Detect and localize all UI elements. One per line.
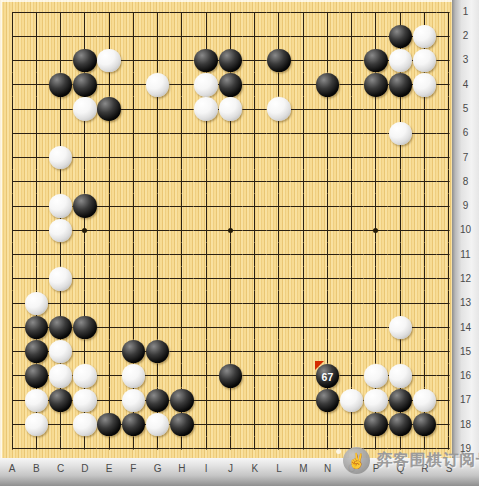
black-stone-P3[interactable] xyxy=(364,49,387,72)
intersection-C12[interactable] xyxy=(48,267,72,291)
intersection-F14[interactable] xyxy=(121,315,145,339)
white-stone-D18[interactable] xyxy=(73,413,96,436)
intersection-S6[interactable] xyxy=(437,121,452,145)
intersection-F16[interactable] xyxy=(121,364,145,388)
intersection-R18[interactable] xyxy=(412,412,436,436)
intersection-M4[interactable] xyxy=(291,73,315,97)
intersection-Q6[interactable] xyxy=(388,121,412,145)
black-stone-N17[interactable] xyxy=(316,389,339,412)
intersection-J4[interactable] xyxy=(218,73,242,97)
intersection-M17[interactable] xyxy=(291,388,315,412)
white-stone-G18[interactable] xyxy=(146,413,169,436)
intersection-M18[interactable] xyxy=(291,412,315,436)
intersection-J16[interactable] xyxy=(218,364,242,388)
intersection-B12[interactable] xyxy=(24,267,48,291)
intersection-L4[interactable] xyxy=(267,73,291,97)
white-stone-C10[interactable] xyxy=(49,219,72,242)
intersection-G17[interactable] xyxy=(145,388,169,412)
intersection-D2[interactable] xyxy=(73,24,97,48)
intersection-M2[interactable] xyxy=(291,24,315,48)
intersection-Q16[interactable] xyxy=(388,364,412,388)
black-stone-Q17[interactable] xyxy=(389,389,412,412)
white-stone-C9[interactable] xyxy=(49,194,72,217)
intersection-H8[interactable] xyxy=(170,170,194,194)
intersection-S17[interactable] xyxy=(437,388,452,412)
intersection-Q5[interactable] xyxy=(388,97,412,121)
intersection-B9[interactable] xyxy=(24,194,48,218)
intersection-E5[interactable] xyxy=(97,97,121,121)
intersection-D5[interactable] xyxy=(73,97,97,121)
black-stone-B14[interactable] xyxy=(25,316,48,339)
intersection-I11[interactable] xyxy=(194,243,218,267)
black-stone-C4[interactable] xyxy=(49,73,72,96)
intersection-C14[interactable] xyxy=(48,315,72,339)
intersection-D11[interactable] xyxy=(73,243,97,267)
intersection-L1[interactable] xyxy=(267,0,291,24)
intersection-F2[interactable] xyxy=(121,24,145,48)
intersection-J2[interactable] xyxy=(218,24,242,48)
intersection-P7[interactable] xyxy=(364,145,388,169)
white-stone-D16[interactable] xyxy=(73,364,96,387)
intersection-K15[interactable] xyxy=(243,340,267,364)
intersection-N8[interactable] xyxy=(315,170,339,194)
intersection-E3[interactable] xyxy=(97,48,121,72)
intersection-E1[interactable] xyxy=(97,0,121,24)
intersection-A8[interactable] xyxy=(0,170,24,194)
intersection-R11[interactable] xyxy=(412,243,436,267)
black-stone-F15[interactable] xyxy=(122,340,145,363)
intersection-C5[interactable] xyxy=(48,97,72,121)
intersection-F19[interactable] xyxy=(121,437,145,458)
intersection-N10[interactable] xyxy=(315,218,339,242)
intersection-C3[interactable] xyxy=(48,48,72,72)
intersection-E16[interactable] xyxy=(97,364,121,388)
white-stone-O17[interactable] xyxy=(340,389,363,412)
intersection-P18[interactable] xyxy=(364,412,388,436)
intersection-F3[interactable] xyxy=(121,48,145,72)
intersection-R10[interactable] xyxy=(412,218,436,242)
intersection-F15[interactable] xyxy=(121,340,145,364)
intersection-B5[interactable] xyxy=(24,97,48,121)
intersection-F8[interactable] xyxy=(121,170,145,194)
intersection-P3[interactable] xyxy=(364,48,388,72)
black-stone-Q18[interactable] xyxy=(389,413,412,436)
intersection-L16[interactable] xyxy=(267,364,291,388)
intersection-S9[interactable] xyxy=(437,194,452,218)
intersection-C7[interactable] xyxy=(48,145,72,169)
intersection-G10[interactable] xyxy=(145,218,169,242)
white-stone-C15[interactable] xyxy=(49,340,72,363)
intersection-O7[interactable] xyxy=(340,145,364,169)
intersection-B6[interactable] xyxy=(24,121,48,145)
intersection-F11[interactable] xyxy=(121,243,145,267)
intersection-O5[interactable] xyxy=(340,97,364,121)
intersection-B11[interactable] xyxy=(24,243,48,267)
intersection-P2[interactable] xyxy=(364,24,388,48)
intersection-S11[interactable] xyxy=(437,243,452,267)
intersection-A6[interactable] xyxy=(0,121,24,145)
intersection-P13[interactable] xyxy=(364,291,388,315)
intersection-S12[interactable] xyxy=(437,267,452,291)
intersection-K19[interactable] xyxy=(243,437,267,458)
intersection-N2[interactable] xyxy=(315,24,339,48)
intersection-M14[interactable] xyxy=(291,315,315,339)
intersection-L15[interactable] xyxy=(267,340,291,364)
intersection-H4[interactable] xyxy=(170,73,194,97)
black-stone-D14[interactable] xyxy=(73,316,96,339)
intersection-R7[interactable] xyxy=(412,145,436,169)
intersection-P4[interactable] xyxy=(364,73,388,97)
intersection-P9[interactable] xyxy=(364,194,388,218)
intersection-I17[interactable] xyxy=(194,388,218,412)
intersection-L12[interactable] xyxy=(267,267,291,291)
intersection-D13[interactable] xyxy=(73,291,97,315)
intersection-N11[interactable] xyxy=(315,243,339,267)
intersection-O17[interactable] xyxy=(340,388,364,412)
white-stone-R2[interactable] xyxy=(413,25,436,48)
white-stone-I5[interactable] xyxy=(194,97,217,120)
white-stone-Q14[interactable] xyxy=(389,316,412,339)
intersection-O16[interactable] xyxy=(340,364,364,388)
intersection-J18[interactable] xyxy=(218,412,242,436)
intersection-K5[interactable] xyxy=(243,97,267,121)
intersection-H7[interactable] xyxy=(170,145,194,169)
intersection-R16[interactable] xyxy=(412,364,436,388)
intersection-B14[interactable] xyxy=(24,315,48,339)
intersection-N6[interactable] xyxy=(315,121,339,145)
black-stone-R18[interactable] xyxy=(413,413,436,436)
intersection-N9[interactable] xyxy=(315,194,339,218)
intersection-M7[interactable] xyxy=(291,145,315,169)
intersection-H17[interactable] xyxy=(170,388,194,412)
intersection-D3[interactable] xyxy=(73,48,97,72)
black-stone-D9[interactable] xyxy=(73,194,96,217)
white-stone-R17[interactable] xyxy=(413,389,436,412)
white-stone-P16[interactable] xyxy=(364,364,387,387)
intersection-N3[interactable] xyxy=(315,48,339,72)
intersection-N4[interactable] xyxy=(315,73,339,97)
intersection-E6[interactable] xyxy=(97,121,121,145)
intersection-C10[interactable] xyxy=(48,218,72,242)
intersection-Q3[interactable] xyxy=(388,48,412,72)
intersection-S7[interactable] xyxy=(437,145,452,169)
intersection-K10[interactable] xyxy=(243,218,267,242)
intersection-L3[interactable] xyxy=(267,48,291,72)
intersection-B7[interactable] xyxy=(24,145,48,169)
intersection-E15[interactable] xyxy=(97,340,121,364)
intersection-L17[interactable] xyxy=(267,388,291,412)
intersection-O6[interactable] xyxy=(340,121,364,145)
intersection-H13[interactable] xyxy=(170,291,194,315)
intersection-F12[interactable] xyxy=(121,267,145,291)
intersection-L8[interactable] xyxy=(267,170,291,194)
intersection-P1[interactable] xyxy=(364,0,388,24)
intersection-G15[interactable] xyxy=(145,340,169,364)
black-stone-Q4[interactable] xyxy=(389,73,412,96)
intersection-E11[interactable] xyxy=(97,243,121,267)
intersection-P10[interactable] xyxy=(364,218,388,242)
intersection-D8[interactable] xyxy=(73,170,97,194)
intersection-R1[interactable] xyxy=(412,0,436,24)
intersection-L7[interactable] xyxy=(267,145,291,169)
intersection-J3[interactable] xyxy=(218,48,242,72)
intersection-Q8[interactable] xyxy=(388,170,412,194)
intersection-N5[interactable] xyxy=(315,97,339,121)
white-stone-Q6[interactable] xyxy=(389,122,412,145)
white-stone-F16[interactable] xyxy=(122,364,145,387)
intersection-K6[interactable] xyxy=(243,121,267,145)
intersection-C13[interactable] xyxy=(48,291,72,315)
intersection-D14[interactable] xyxy=(73,315,97,339)
intersection-Q13[interactable] xyxy=(388,291,412,315)
intersection-E9[interactable] xyxy=(97,194,121,218)
intersection-G9[interactable] xyxy=(145,194,169,218)
intersection-K16[interactable] xyxy=(243,364,267,388)
intersection-A5[interactable] xyxy=(0,97,24,121)
black-stone-J3[interactable] xyxy=(219,49,242,72)
intersection-H11[interactable] xyxy=(170,243,194,267)
intersection-O9[interactable] xyxy=(340,194,364,218)
intersection-K7[interactable] xyxy=(243,145,267,169)
intersection-O12[interactable] xyxy=(340,267,364,291)
black-stone-G15[interactable] xyxy=(146,340,169,363)
intersection-K3[interactable] xyxy=(243,48,267,72)
intersection-Q4[interactable] xyxy=(388,73,412,97)
intersection-N1[interactable] xyxy=(315,0,339,24)
intersection-M1[interactable] xyxy=(291,0,315,24)
intersection-R9[interactable] xyxy=(412,194,436,218)
intersection-I4[interactable] xyxy=(194,73,218,97)
intersection-D9[interactable] xyxy=(73,194,97,218)
intersection-A11[interactable] xyxy=(0,243,24,267)
white-stone-F17[interactable] xyxy=(122,389,145,412)
intersection-F4[interactable] xyxy=(121,73,145,97)
intersection-D16[interactable] xyxy=(73,364,97,388)
intersection-Q11[interactable] xyxy=(388,243,412,267)
intersection-O3[interactable] xyxy=(340,48,364,72)
intersection-C11[interactable] xyxy=(48,243,72,267)
intersection-S14[interactable] xyxy=(437,315,452,339)
intersection-J10[interactable] xyxy=(218,218,242,242)
white-stone-Q16[interactable] xyxy=(389,364,412,387)
intersection-D12[interactable] xyxy=(73,267,97,291)
intersection-B2[interactable] xyxy=(24,24,48,48)
intersection-B10[interactable] xyxy=(24,218,48,242)
intersection-G7[interactable] xyxy=(145,145,169,169)
white-stone-J5[interactable] xyxy=(219,97,242,120)
intersection-N13[interactable] xyxy=(315,291,339,315)
intersection-G8[interactable] xyxy=(145,170,169,194)
intersection-M9[interactable] xyxy=(291,194,315,218)
intersection-P17[interactable] xyxy=(364,388,388,412)
intersection-F18[interactable] xyxy=(121,412,145,436)
intersection-M10[interactable] xyxy=(291,218,315,242)
intersection-D15[interactable] xyxy=(73,340,97,364)
intersection-J14[interactable] xyxy=(218,315,242,339)
intersection-M19[interactable] xyxy=(291,437,315,458)
intersection-B4[interactable] xyxy=(24,73,48,97)
intersection-F9[interactable] xyxy=(121,194,145,218)
intersection-P11[interactable] xyxy=(364,243,388,267)
intersection-K1[interactable] xyxy=(243,0,267,24)
intersection-A2[interactable] xyxy=(0,24,24,48)
intersection-G19[interactable] xyxy=(145,437,169,458)
intersection-E18[interactable] xyxy=(97,412,121,436)
intersection-S5[interactable] xyxy=(437,97,452,121)
intersection-J9[interactable] xyxy=(218,194,242,218)
intersection-Q1[interactable] xyxy=(388,0,412,24)
black-stone-H18[interactable] xyxy=(170,413,193,436)
intersection-G5[interactable] xyxy=(145,97,169,121)
intersection-I7[interactable] xyxy=(194,145,218,169)
intersection-S15[interactable] xyxy=(437,340,452,364)
intersection-F1[interactable] xyxy=(121,0,145,24)
white-stone-E3[interactable] xyxy=(97,49,120,72)
black-stone-J4[interactable] xyxy=(219,73,242,96)
intersection-O4[interactable] xyxy=(340,73,364,97)
intersection-A3[interactable] xyxy=(0,48,24,72)
intersection-E14[interactable] xyxy=(97,315,121,339)
intersection-I1[interactable] xyxy=(194,0,218,24)
intersection-E2[interactable] xyxy=(97,24,121,48)
intersection-N16[interactable]: 67 xyxy=(315,364,339,388)
intersection-I5[interactable] xyxy=(194,97,218,121)
intersection-R4[interactable] xyxy=(412,73,436,97)
intersection-A14[interactable] xyxy=(0,315,24,339)
black-stone-J16[interactable] xyxy=(219,364,242,387)
black-stone-D3[interactable] xyxy=(73,49,96,72)
intersection-I2[interactable] xyxy=(194,24,218,48)
intersection-R2[interactable] xyxy=(412,24,436,48)
intersection-H5[interactable] xyxy=(170,97,194,121)
black-stone-D4[interactable] xyxy=(73,73,96,96)
intersection-J1[interactable] xyxy=(218,0,242,24)
black-stone-I3[interactable] xyxy=(194,49,217,72)
intersection-G16[interactable] xyxy=(145,364,169,388)
white-stone-C12[interactable] xyxy=(49,267,72,290)
intersection-S8[interactable] xyxy=(437,170,452,194)
intersection-H6[interactable] xyxy=(170,121,194,145)
intersection-N19[interactable] xyxy=(315,437,339,458)
intersection-D6[interactable] xyxy=(73,121,97,145)
intersection-N7[interactable] xyxy=(315,145,339,169)
black-stone-N4[interactable] xyxy=(316,73,339,96)
intersection-A9[interactable] xyxy=(0,194,24,218)
white-stone-B17[interactable] xyxy=(25,389,48,412)
intersection-L5[interactable] xyxy=(267,97,291,121)
intersection-S10[interactable] xyxy=(437,218,452,242)
intersection-I9[interactable] xyxy=(194,194,218,218)
intersection-R8[interactable] xyxy=(412,170,436,194)
intersection-Q17[interactable] xyxy=(388,388,412,412)
intersection-A12[interactable] xyxy=(0,267,24,291)
intersection-A15[interactable] xyxy=(0,340,24,364)
intersection-B3[interactable] xyxy=(24,48,48,72)
intersection-G3[interactable] xyxy=(145,48,169,72)
intersection-B13[interactable] xyxy=(24,291,48,315)
intersection-A13[interactable] xyxy=(0,291,24,315)
intersection-R5[interactable] xyxy=(412,97,436,121)
white-stone-D17[interactable] xyxy=(73,389,96,412)
intersection-F6[interactable] xyxy=(121,121,145,145)
black-stone-H17[interactable] xyxy=(170,389,193,412)
intersection-N17[interactable] xyxy=(315,388,339,412)
intersection-G2[interactable] xyxy=(145,24,169,48)
intersection-H18[interactable] xyxy=(170,412,194,436)
intersection-P16[interactable] xyxy=(364,364,388,388)
intersection-K14[interactable] xyxy=(243,315,267,339)
intersection-N12[interactable] xyxy=(315,267,339,291)
intersection-M11[interactable] xyxy=(291,243,315,267)
intersection-J19[interactable] xyxy=(218,437,242,458)
white-stone-L5[interactable] xyxy=(267,97,290,120)
intersection-Q15[interactable] xyxy=(388,340,412,364)
intersection-K18[interactable] xyxy=(243,412,267,436)
intersection-I18[interactable] xyxy=(194,412,218,436)
intersection-H15[interactable] xyxy=(170,340,194,364)
black-stone-N16[interactable]: 67 xyxy=(316,364,339,387)
intersection-K9[interactable] xyxy=(243,194,267,218)
intersection-B18[interactable] xyxy=(24,412,48,436)
intersection-P14[interactable] xyxy=(364,315,388,339)
intersection-B15[interactable] xyxy=(24,340,48,364)
intersection-Q2[interactable] xyxy=(388,24,412,48)
intersection-F13[interactable] xyxy=(121,291,145,315)
intersection-C2[interactable] xyxy=(48,24,72,48)
intersection-J15[interactable] xyxy=(218,340,242,364)
intersection-D7[interactable] xyxy=(73,145,97,169)
intersection-O8[interactable] xyxy=(340,170,364,194)
intersection-R13[interactable] xyxy=(412,291,436,315)
intersection-B8[interactable] xyxy=(24,170,48,194)
intersection-O15[interactable] xyxy=(340,340,364,364)
white-stone-Q3[interactable] xyxy=(389,49,412,72)
intersection-C19[interactable] xyxy=(48,437,72,458)
intersection-Q9[interactable] xyxy=(388,194,412,218)
intersection-A19[interactable] xyxy=(0,437,24,458)
intersection-G18[interactable] xyxy=(145,412,169,436)
intersection-Q12[interactable] xyxy=(388,267,412,291)
intersection-I14[interactable] xyxy=(194,315,218,339)
intersection-H14[interactable] xyxy=(170,315,194,339)
black-stone-P18[interactable] xyxy=(364,413,387,436)
intersection-I10[interactable] xyxy=(194,218,218,242)
intersection-G13[interactable] xyxy=(145,291,169,315)
intersection-F5[interactable] xyxy=(121,97,145,121)
intersection-O13[interactable] xyxy=(340,291,364,315)
intersection-S1[interactable] xyxy=(437,0,452,24)
intersection-N18[interactable] xyxy=(315,412,339,436)
intersection-I3[interactable] xyxy=(194,48,218,72)
intersection-E12[interactable] xyxy=(97,267,121,291)
intersection-L10[interactable] xyxy=(267,218,291,242)
intersection-O18[interactable] xyxy=(340,412,364,436)
intersection-L2[interactable] xyxy=(267,24,291,48)
intersection-L6[interactable] xyxy=(267,121,291,145)
intersection-I12[interactable] xyxy=(194,267,218,291)
intersection-L14[interactable] xyxy=(267,315,291,339)
intersection-R17[interactable] xyxy=(412,388,436,412)
intersection-Q7[interactable] xyxy=(388,145,412,169)
intersection-C8[interactable] xyxy=(48,170,72,194)
intersection-E17[interactable] xyxy=(97,388,121,412)
intersection-K2[interactable] xyxy=(243,24,267,48)
intersection-H10[interactable] xyxy=(170,218,194,242)
black-stone-L3[interactable] xyxy=(267,49,290,72)
intersection-I16[interactable] xyxy=(194,364,218,388)
intersection-D10[interactable] xyxy=(73,218,97,242)
intersection-A7[interactable] xyxy=(0,145,24,169)
